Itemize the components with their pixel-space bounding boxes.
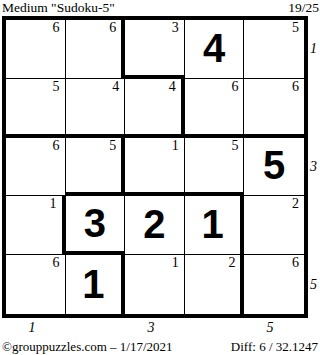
big-digit: 5	[263, 145, 285, 185]
corner-clue-number: 1	[172, 138, 179, 154]
cell-r5c1[interactable]: 6	[6, 255, 66, 314]
corner-clue-number: 6	[109, 20, 116, 36]
corner-clue-number: 5	[231, 138, 238, 154]
corner-clue-number: 6	[292, 79, 299, 95]
row-label-5: 5	[310, 277, 317, 293]
col-label-1: 1	[29, 320, 36, 335]
corner-clue-number: 6	[292, 255, 299, 271]
cell-r5c4[interactable]: 2	[185, 255, 245, 314]
col-label-3: 3	[148, 320, 155, 335]
cell-r3c1[interactable]: 6	[6, 138, 66, 197]
big-digit: 3	[84, 203, 106, 243]
page-header: Medium "Sudoku-5" 19/25	[2, 0, 319, 15]
cell-r1c3[interactable]: 3	[125, 20, 185, 79]
col-label-5: 5	[267, 320, 274, 335]
cell-r2c2[interactable]: 4	[66, 79, 126, 138]
corner-clue-number: 1	[172, 255, 179, 271]
cell-r1c4[interactable]: 4	[185, 20, 245, 79]
cell-r2c1[interactable]: 5	[6, 79, 66, 138]
corner-clue-number: 2	[228, 255, 235, 271]
big-digit: 1	[201, 204, 223, 244]
corner-clue-number: 5	[292, 20, 299, 36]
corner-clue-number: 2	[292, 196, 299, 212]
corner-clue-number: 6	[53, 138, 60, 154]
cell-r5c3[interactable]: 1	[125, 255, 185, 314]
corner-clue-number: 1	[50, 196, 57, 212]
cell-r3c4[interactable]: 5	[185, 138, 245, 197]
cell-r4c4[interactable]: 1	[185, 196, 245, 255]
clue-progress-counter: 19/25	[288, 0, 319, 15]
puzzle-grid: 6634554466651551321261126	[2, 16, 308, 318]
cell-r4c2[interactable]: 3	[66, 196, 126, 255]
cell-r3c2[interactable]: 5	[66, 138, 126, 197]
corner-clue-number: 6	[231, 79, 238, 95]
row-label-1: 1	[310, 41, 317, 57]
cell-r1c2[interactable]: 6	[66, 20, 126, 79]
big-digit: 1	[82, 264, 104, 304]
cell-r3c5[interactable]: 5	[244, 138, 304, 197]
corner-clue-number: 6	[53, 255, 60, 271]
row-label-3: 3	[310, 159, 317, 175]
page-footer: ©grouppuzzles.com – 1/17/2021 Diff: 6 / …	[2, 340, 318, 354]
cell-r5c2[interactable]: 1	[66, 255, 126, 314]
big-digit: 2	[143, 204, 165, 244]
cell-r4c3[interactable]: 2	[125, 196, 185, 255]
corner-clue-number: 5	[53, 79, 60, 95]
corner-clue-number: 4	[169, 79, 176, 95]
cell-r4c5[interactable]: 2	[244, 196, 304, 255]
big-digit: 4	[203, 28, 225, 68]
copyright-text: ©grouppuzzles.com – 1/17/2021	[2, 340, 173, 354]
corner-clue-number: 3	[172, 20, 179, 36]
corner-clue-number: 4	[112, 79, 119, 95]
cell-r4c1[interactable]: 1	[6, 196, 66, 255]
corner-clue-number: 6	[53, 20, 60, 36]
cell-r2c3[interactable]: 4	[125, 79, 185, 138]
cell-r2c4[interactable]: 6	[185, 79, 245, 138]
difficulty-text: Diff: 6 / 32.1247	[231, 340, 318, 354]
cell-r3c3[interactable]: 1	[125, 138, 185, 197]
puzzle-title: Medium "Sudoku-5"	[2, 0, 115, 15]
cell-r1c5[interactable]: 5	[244, 20, 304, 79]
cell-r5c5[interactable]: 6	[244, 255, 304, 314]
cell-r2c5[interactable]: 6	[244, 79, 304, 138]
corner-clue-number: 5	[109, 138, 116, 154]
cell-r1c1[interactable]: 6	[6, 20, 66, 79]
